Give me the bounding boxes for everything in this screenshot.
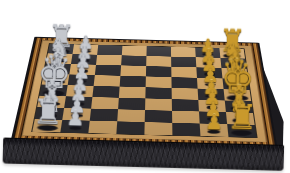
chess-piece[interactable]: ♟ (66, 108, 85, 129)
scene-tilt: ♜♞♝♛♚♝♞♜♟♟♟♟♟♟♟♟♟♟♟♟♟♟♟♟♜♞♝♛♚♝♞♜ (0, 0, 290, 173)
chess-piece[interactable]: ♜ (226, 100, 258, 135)
chess-set-photo: ♜♞♝♛♚♝♞♜♟♟♟♟♟♟♟♟♟♟♟♟♟♟♟♟♜♞♝♛♚♝♞♜ (0, 0, 290, 173)
chess-piece[interactable]: ♜ (32, 95, 64, 130)
chess-piece[interactable]: ♟ (205, 112, 224, 133)
